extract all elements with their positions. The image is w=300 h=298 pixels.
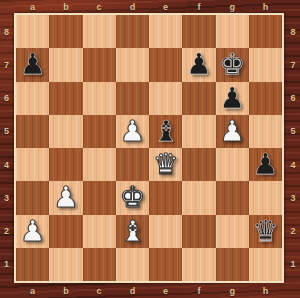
- white-pawn-g5[interactable]: ♟: [216, 115, 249, 148]
- square-b3[interactable]: ♟: [49, 181, 82, 214]
- square-f5[interactable]: [182, 115, 215, 148]
- coord-label-e: e: [149, 284, 182, 298]
- coord-label-a: a: [16, 284, 49, 298]
- square-a6[interactable]: [16, 82, 49, 115]
- square-d8[interactable]: [116, 15, 149, 48]
- square-c3[interactable]: [83, 181, 116, 214]
- square-g4[interactable]: [216, 148, 249, 181]
- square-d4[interactable]: [116, 148, 149, 181]
- coord-label-8: 8: [286, 15, 300, 48]
- square-h5[interactable]: [249, 115, 282, 148]
- square-g6[interactable]: ♟: [216, 82, 249, 115]
- coord-label-5: 5: [286, 115, 300, 148]
- coord-label-f: f: [182, 284, 215, 298]
- coord-label-8: 8: [0, 15, 13, 48]
- coord-label-f: f: [182, 0, 215, 13]
- coord-label-2: 2: [0, 215, 13, 248]
- square-c4[interactable]: [83, 148, 116, 181]
- coord-label-2: 2: [286, 215, 300, 248]
- square-d1[interactable]: [116, 248, 149, 281]
- square-c1[interactable]: [83, 248, 116, 281]
- square-h1[interactable]: [249, 248, 282, 281]
- square-a1[interactable]: [16, 248, 49, 281]
- square-c5[interactable]: [83, 115, 116, 148]
- coord-label-5: 5: [0, 115, 13, 148]
- square-e1[interactable]: [149, 248, 182, 281]
- square-d2[interactable]: ♝: [116, 215, 149, 248]
- square-c7[interactable]: [83, 48, 116, 81]
- coord-label-a: a: [16, 0, 49, 13]
- square-e5[interactable]: ♝: [149, 115, 182, 148]
- square-e3[interactable]: [149, 181, 182, 214]
- square-d7[interactable]: [116, 48, 149, 81]
- coord-label-7: 7: [0, 48, 13, 81]
- square-e6[interactable]: [149, 82, 182, 115]
- coord-label-b: b: [49, 284, 82, 298]
- square-a4[interactable]: [16, 148, 49, 181]
- square-d6[interactable]: [116, 82, 149, 115]
- square-a7[interactable]: ♟: [16, 48, 49, 81]
- square-a8[interactable]: [16, 15, 49, 48]
- square-e2[interactable]: [149, 215, 182, 248]
- white-pawn-b3[interactable]: ♟: [49, 181, 82, 214]
- coord-label-7: 7: [286, 48, 300, 81]
- coord-label-3: 3: [286, 181, 300, 214]
- square-a2[interactable]: ♟: [16, 215, 49, 248]
- rank-labels-right: 87654321: [286, 15, 300, 281]
- coord-label-h: h: [249, 0, 282, 13]
- black-king-g7[interactable]: ♚: [216, 48, 249, 81]
- coord-label-4: 4: [0, 148, 13, 181]
- coord-label-6: 6: [286, 82, 300, 115]
- coord-label-4: 4: [286, 148, 300, 181]
- coord-label-6: 6: [0, 82, 13, 115]
- square-d3[interactable]: ♚: [116, 181, 149, 214]
- square-f7[interactable]: ♟: [182, 48, 215, 81]
- square-g7[interactable]: ♚: [216, 48, 249, 81]
- coord-label-g: g: [216, 284, 249, 298]
- square-b7[interactable]: [49, 48, 82, 81]
- file-labels-bottom: abcdefgh: [16, 284, 282, 298]
- square-g8[interactable]: [216, 15, 249, 48]
- white-bishop-d2[interactable]: ♝: [116, 215, 149, 248]
- rank-labels-left: 87654321: [0, 15, 13, 281]
- black-bishop-e5[interactable]: ♝: [149, 115, 182, 148]
- white-king-d3[interactable]: ♚: [116, 181, 149, 214]
- square-h6[interactable]: [249, 82, 282, 115]
- coord-label-h: h: [249, 284, 282, 298]
- coord-label-g: g: [216, 0, 249, 13]
- square-b6[interactable]: [49, 82, 82, 115]
- square-a3[interactable]: [16, 181, 49, 214]
- coord-label-d: d: [116, 0, 149, 13]
- chess-app: abcdefgh abcdefgh 87654321 87654321 ♟♟♚♟…: [0, 0, 300, 298]
- coord-label-1: 1: [286, 248, 300, 281]
- square-h7[interactable]: [249, 48, 282, 81]
- square-b4[interactable]: [49, 148, 82, 181]
- square-c8[interactable]: [83, 15, 116, 48]
- square-e8[interactable]: [149, 15, 182, 48]
- square-h8[interactable]: [249, 15, 282, 48]
- square-f1[interactable]: [182, 248, 215, 281]
- white-pawn-a2[interactable]: ♟: [16, 215, 49, 248]
- square-g3[interactable]: [216, 181, 249, 214]
- square-f2[interactable]: [182, 215, 215, 248]
- square-h4[interactable]: ♟: [249, 148, 282, 181]
- file-labels-top: abcdefgh: [16, 0, 282, 13]
- board-grid: ♟♟♚♟♟♝♟♛♟♟♚♟♝♛: [16, 15, 282, 281]
- white-pawn-d5[interactable]: ♟: [116, 115, 149, 148]
- square-b5[interactable]: [49, 115, 82, 148]
- square-d5[interactable]: ♟: [116, 115, 149, 148]
- square-f6[interactable]: [182, 82, 215, 115]
- square-b2[interactable]: [49, 215, 82, 248]
- coord-label-1: 1: [0, 248, 13, 281]
- square-f8[interactable]: [182, 15, 215, 48]
- square-g2[interactable]: [216, 215, 249, 248]
- coord-label-b: b: [49, 0, 82, 13]
- white-queen-e4[interactable]: ♛: [149, 148, 182, 181]
- square-e4[interactable]: ♛: [149, 148, 182, 181]
- coord-label-c: c: [83, 284, 116, 298]
- black-pawn-g6[interactable]: ♟: [216, 82, 249, 115]
- black-queen-h2[interactable]: ♛: [249, 215, 282, 248]
- coord-label-e: e: [149, 0, 182, 13]
- square-f3[interactable]: [182, 181, 215, 214]
- coord-label-d: d: [116, 284, 149, 298]
- square-h3[interactable]: [249, 181, 282, 214]
- square-g1[interactable]: [216, 248, 249, 281]
- coord-label-c: c: [83, 0, 116, 13]
- square-e7[interactable]: [149, 48, 182, 81]
- chess-board: ♟♟♚♟♟♝♟♛♟♟♚♟♝♛: [14, 13, 284, 283]
- square-b8[interactable]: [49, 15, 82, 48]
- black-pawn-f7[interactable]: ♟: [182, 48, 215, 81]
- square-c6[interactable]: [83, 82, 116, 115]
- square-f4[interactable]: [182, 148, 215, 181]
- square-a5[interactable]: [16, 115, 49, 148]
- coord-label-3: 3: [0, 181, 13, 214]
- square-b1[interactable]: [49, 248, 82, 281]
- square-c2[interactable]: [83, 215, 116, 248]
- black-pawn-h4[interactable]: ♟: [249, 148, 282, 181]
- square-g5[interactable]: ♟: [216, 115, 249, 148]
- square-h2[interactable]: ♛: [249, 215, 282, 248]
- black-pawn-a7[interactable]: ♟: [16, 48, 49, 81]
